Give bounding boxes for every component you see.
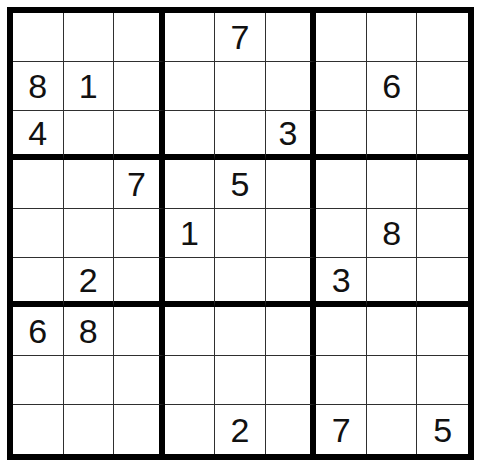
cell-r5c4[interactable]: 1 <box>165 209 216 258</box>
cell-r8c2[interactable] <box>64 356 115 405</box>
cell-r3c2[interactable] <box>64 111 115 160</box>
cell-r3c4[interactable] <box>165 111 216 160</box>
cell-r8c9[interactable] <box>417 356 468 405</box>
cell-r2c1[interactable]: 8 <box>13 62 64 111</box>
cell-r3c7[interactable] <box>316 111 367 160</box>
cell-r7c2[interactable]: 8 <box>64 307 115 356</box>
cell-r9c4[interactable] <box>165 405 216 454</box>
cell-r7c8[interactable] <box>367 307 418 356</box>
cell-r3c9[interactable] <box>417 111 468 160</box>
cell-r7c3[interactable] <box>114 307 165 356</box>
cell-r4c6[interactable] <box>266 160 317 209</box>
cell-r2c3[interactable] <box>114 62 165 111</box>
cell-r8c6[interactable] <box>266 356 317 405</box>
cell-r6c6[interactable] <box>266 258 317 307</box>
cell-r4c8[interactable] <box>367 160 418 209</box>
cell-r2c2[interactable]: 1 <box>64 62 115 111</box>
cell-r6c5[interactable] <box>215 258 266 307</box>
cell-r1c1[interactable] <box>13 13 64 62</box>
cell-r5c8[interactable]: 8 <box>367 209 418 258</box>
cell-r9c8[interactable] <box>367 405 418 454</box>
cell-r9c6[interactable] <box>266 405 317 454</box>
cell-r7c5[interactable] <box>215 307 266 356</box>
cell-r6c4[interactable] <box>165 258 216 307</box>
cell-r4c4[interactable] <box>165 160 216 209</box>
cell-r7c6[interactable] <box>266 307 317 356</box>
cell-r5c5[interactable] <box>215 209 266 258</box>
cell-r1c2[interactable] <box>64 13 115 62</box>
cell-r7c9[interactable] <box>417 307 468 356</box>
cell-r1c8[interactable] <box>367 13 418 62</box>
cell-r9c3[interactable] <box>114 405 165 454</box>
cell-r6c3[interactable] <box>114 258 165 307</box>
cell-r3c1[interactable]: 4 <box>13 111 64 160</box>
cell-r4c7[interactable] <box>316 160 367 209</box>
cell-r1c5[interactable]: 7 <box>215 13 266 62</box>
cell-r3c8[interactable] <box>367 111 418 160</box>
cell-r9c1[interactable] <box>13 405 64 454</box>
cell-r2c8[interactable]: 6 <box>367 62 418 111</box>
cell-r6c9[interactable] <box>417 258 468 307</box>
cell-r2c7[interactable] <box>316 62 367 111</box>
cell-r1c4[interactable] <box>165 13 216 62</box>
cell-r9c5[interactable]: 2 <box>215 405 266 454</box>
cell-r5c1[interactable] <box>13 209 64 258</box>
cell-r5c9[interactable] <box>417 209 468 258</box>
cell-r2c5[interactable] <box>215 62 266 111</box>
cell-r8c1[interactable] <box>13 356 64 405</box>
cell-r5c7[interactable] <box>316 209 367 258</box>
cell-r8c4[interactable] <box>165 356 216 405</box>
cell-r4c5[interactable]: 5 <box>215 160 266 209</box>
cell-r3c3[interactable] <box>114 111 165 160</box>
cell-r8c5[interactable] <box>215 356 266 405</box>
cell-r6c2[interactable]: 2 <box>64 258 115 307</box>
cell-r8c3[interactable] <box>114 356 165 405</box>
cell-r1c3[interactable] <box>114 13 165 62</box>
cell-r1c6[interactable] <box>266 13 317 62</box>
cell-r4c9[interactable] <box>417 160 468 209</box>
cell-r5c6[interactable] <box>266 209 317 258</box>
cell-r1c9[interactable] <box>417 13 468 62</box>
cell-r9c9[interactable]: 5 <box>417 405 468 454</box>
cell-r1c7[interactable] <box>316 13 367 62</box>
cell-r2c9[interactable] <box>417 62 468 111</box>
cell-r9c2[interactable] <box>64 405 115 454</box>
cell-r7c7[interactable] <box>316 307 367 356</box>
cell-r5c3[interactable] <box>114 209 165 258</box>
cell-r6c1[interactable] <box>13 258 64 307</box>
cell-r4c1[interactable] <box>13 160 64 209</box>
cell-r6c8[interactable] <box>367 258 418 307</box>
cell-r2c4[interactable] <box>165 62 216 111</box>
sudoku-page: 78164375182368275 <box>0 0 484 470</box>
cell-r3c6[interactable]: 3 <box>266 111 317 160</box>
cell-r4c2[interactable] <box>64 160 115 209</box>
cell-r9c7[interactable]: 7 <box>316 405 367 454</box>
cell-r3c5[interactable] <box>215 111 266 160</box>
cell-r5c2[interactable] <box>64 209 115 258</box>
cell-r2c6[interactable] <box>266 62 317 111</box>
cell-r4c3[interactable]: 7 <box>114 160 165 209</box>
cell-r7c4[interactable] <box>165 307 216 356</box>
cell-r8c7[interactable] <box>316 356 367 405</box>
cell-r6c7[interactable]: 3 <box>316 258 367 307</box>
cell-r8c8[interactable] <box>367 356 418 405</box>
cell-r7c1[interactable]: 6 <box>13 307 64 356</box>
sudoku-board: 78164375182368275 <box>7 7 474 460</box>
